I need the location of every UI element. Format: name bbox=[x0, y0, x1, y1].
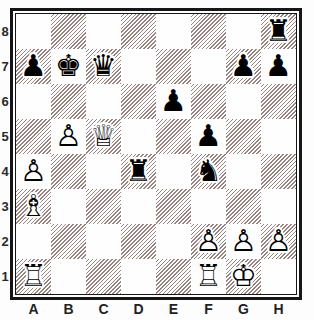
white-pawn: ♟♙ bbox=[191, 224, 226, 259]
black-queen: ♛ bbox=[86, 49, 121, 84]
rank-label-7: 7 bbox=[0, 49, 10, 84]
square-h6[interactable] bbox=[261, 84, 296, 119]
square-e2[interactable] bbox=[156, 224, 191, 259]
square-c3[interactable] bbox=[86, 189, 121, 224]
rank-label-1: 1 bbox=[0, 259, 10, 294]
square-f4[interactable]: ♞ bbox=[191, 154, 226, 189]
square-g4[interactable] bbox=[226, 154, 261, 189]
square-b6[interactable] bbox=[51, 84, 86, 119]
black-rook: ♜ bbox=[121, 154, 156, 189]
square-b7[interactable]: ♚ bbox=[51, 49, 86, 84]
square-d1[interactable] bbox=[121, 259, 156, 294]
square-g7[interactable]: ♟ bbox=[226, 49, 261, 84]
board-grid: ♜♟♚♛♟♟♟♟♙♛♕♟♟♙♜♞♝♗♟♙♟♙♟♙♜♖♜♖♚♔ bbox=[15, 13, 297, 295]
white-rook: ♜♖ bbox=[191, 259, 226, 294]
square-e4[interactable] bbox=[156, 154, 191, 189]
square-d2[interactable] bbox=[121, 224, 156, 259]
square-c5[interactable]: ♛♕ bbox=[86, 119, 121, 154]
white-pawn: ♟♙ bbox=[16, 154, 51, 189]
square-d3[interactable] bbox=[121, 189, 156, 224]
square-b5[interactable]: ♟♙ bbox=[51, 119, 86, 154]
square-e6[interactable]: ♟ bbox=[156, 84, 191, 119]
rank-label-3: 3 bbox=[0, 189, 10, 224]
square-f1[interactable]: ♜♖ bbox=[191, 259, 226, 294]
rank-label-2: 2 bbox=[0, 224, 10, 259]
square-a7[interactable]: ♟ bbox=[16, 49, 51, 84]
square-f5[interactable]: ♟ bbox=[191, 119, 226, 154]
file-label-d: D bbox=[121, 300, 156, 318]
square-f6[interactable] bbox=[191, 84, 226, 119]
file-label-f: F bbox=[191, 300, 226, 318]
square-c6[interactable] bbox=[86, 84, 121, 119]
black-king: ♚ bbox=[51, 49, 86, 84]
square-e8[interactable] bbox=[156, 14, 191, 49]
square-h7[interactable]: ♟ bbox=[261, 49, 296, 84]
file-label-c: C bbox=[86, 300, 121, 318]
white-pawn: ♟♙ bbox=[226, 224, 261, 259]
square-c1[interactable] bbox=[86, 259, 121, 294]
square-a5[interactable] bbox=[16, 119, 51, 154]
black-pawn: ♟ bbox=[191, 119, 226, 154]
square-a3[interactable]: ♝♗ bbox=[16, 189, 51, 224]
file-label-g: G bbox=[226, 300, 261, 318]
square-a8[interactable] bbox=[16, 14, 51, 49]
rank-labels: 87654321 bbox=[0, 14, 10, 294]
white-rook: ♜♖ bbox=[16, 259, 51, 294]
square-e5[interactable] bbox=[156, 119, 191, 154]
square-g5[interactable] bbox=[226, 119, 261, 154]
square-b1[interactable] bbox=[51, 259, 86, 294]
square-f3[interactable] bbox=[191, 189, 226, 224]
rank-label-6: 6 bbox=[0, 84, 10, 119]
file-labels: ABCDEFGH bbox=[16, 300, 296, 318]
square-c7[interactable]: ♛ bbox=[86, 49, 121, 84]
square-a1[interactable]: ♜♖ bbox=[16, 259, 51, 294]
square-c2[interactable] bbox=[86, 224, 121, 259]
white-king: ♚♔ bbox=[226, 259, 261, 294]
square-g2[interactable]: ♟♙ bbox=[226, 224, 261, 259]
black-pawn: ♟ bbox=[261, 49, 296, 84]
square-a2[interactable] bbox=[16, 224, 51, 259]
square-h1[interactable] bbox=[261, 259, 296, 294]
square-c4[interactable] bbox=[86, 154, 121, 189]
black-pawn: ♟ bbox=[226, 49, 261, 84]
file-label-a: A bbox=[16, 300, 51, 318]
white-queen: ♛♕ bbox=[86, 119, 121, 154]
square-h4[interactable] bbox=[261, 154, 296, 189]
white-bishop: ♝♗ bbox=[16, 189, 51, 224]
white-pawn: ♟♙ bbox=[51, 119, 86, 154]
square-h8[interactable]: ♜ bbox=[261, 14, 296, 49]
black-pawn: ♟ bbox=[156, 84, 191, 119]
black-rook: ♜ bbox=[261, 14, 296, 49]
white-pawn: ♟♙ bbox=[261, 224, 296, 259]
square-h5[interactable] bbox=[261, 119, 296, 154]
black-pawn: ♟ bbox=[16, 49, 51, 84]
rank-label-8: 8 bbox=[0, 14, 10, 49]
square-f8[interactable] bbox=[191, 14, 226, 49]
square-d6[interactable] bbox=[121, 84, 156, 119]
square-g6[interactable] bbox=[226, 84, 261, 119]
square-e7[interactable] bbox=[156, 49, 191, 84]
file-label-e: E bbox=[156, 300, 191, 318]
rank-label-5: 5 bbox=[0, 119, 10, 154]
square-g1[interactable]: ♚♔ bbox=[226, 259, 261, 294]
square-d4[interactable]: ♜ bbox=[121, 154, 156, 189]
square-b4[interactable] bbox=[51, 154, 86, 189]
square-e3[interactable] bbox=[156, 189, 191, 224]
square-g8[interactable] bbox=[226, 14, 261, 49]
square-g3[interactable] bbox=[226, 189, 261, 224]
square-d7[interactable] bbox=[121, 49, 156, 84]
rank-label-4: 4 bbox=[0, 154, 10, 189]
square-e1[interactable] bbox=[156, 259, 191, 294]
square-d8[interactable] bbox=[121, 14, 156, 49]
square-h3[interactable] bbox=[261, 189, 296, 224]
square-f2[interactable]: ♟♙ bbox=[191, 224, 226, 259]
square-c8[interactable] bbox=[86, 14, 121, 49]
chess-board: ♜♟♚♛♟♟♟♟♙♛♕♟♟♙♜♞♝♗♟♙♟♙♟♙♜♖♜♖♚♔ bbox=[10, 8, 302, 300]
square-d5[interactable] bbox=[121, 119, 156, 154]
square-b8[interactable] bbox=[51, 14, 86, 49]
square-a6[interactable] bbox=[16, 84, 51, 119]
square-f7[interactable] bbox=[191, 49, 226, 84]
file-label-b: B bbox=[51, 300, 86, 318]
square-b2[interactable] bbox=[51, 224, 86, 259]
black-knight: ♞ bbox=[191, 154, 226, 189]
file-label-h: H bbox=[261, 300, 296, 318]
square-h2[interactable]: ♟♙ bbox=[261, 224, 296, 259]
chess-diagram: 87654321 ♜♟♚♛♟♟♟♟♙♛♕♟♟♙♜♞♝♗♟♙♟♙♟♙♜♖♜♖♚♔ … bbox=[0, 0, 314, 320]
square-b3[interactable] bbox=[51, 189, 86, 224]
square-a4[interactable]: ♟♙ bbox=[16, 154, 51, 189]
